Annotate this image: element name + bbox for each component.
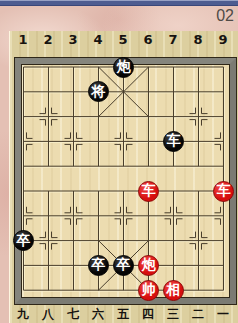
- piece-black-chariot[interactable]: 车: [163, 131, 184, 152]
- board-frame: 炮将车车车卒卒卒炮帅相: [14, 57, 237, 305]
- piece-black-soldier[interactable]: 卒: [113, 255, 134, 276]
- app-background: 02 123456789 炮将车车车卒卒卒炮帅相 九八七六五四三二一: [0, 0, 238, 323]
- piece-red-elephant[interactable]: 相: [163, 280, 184, 301]
- piece-black-soldier[interactable]: 卒: [88, 255, 109, 276]
- file-number-label: 1: [11, 32, 35, 47]
- piece-black-soldier[interactable]: 卒: [13, 230, 34, 251]
- file-number-label: 5: [111, 32, 135, 47]
- file-number-label: 8: [186, 32, 210, 47]
- file-cjk-label: 四: [136, 306, 160, 323]
- piece-red-chariot[interactable]: 车: [213, 181, 234, 202]
- file-number-label: 6: [136, 32, 160, 47]
- piece-red-cannon[interactable]: 炮: [138, 255, 159, 276]
- frame-number: 02: [216, 7, 234, 25]
- file-cjk-label: 五: [111, 306, 135, 323]
- file-cjk-label: 二: [186, 306, 210, 323]
- piece-black-cannon[interactable]: 炮: [113, 57, 134, 78]
- file-numbers-top: 123456789: [10, 32, 238, 54]
- file-numbers-bottom: 九八七六五四三二一: [10, 306, 238, 323]
- file-cjk-label: 八: [36, 306, 60, 323]
- file-number-label: 7: [161, 32, 185, 47]
- file-number-label: 2: [36, 32, 60, 47]
- file-cjk-label: 三: [161, 306, 185, 323]
- file-cjk-label: 七: [61, 306, 85, 323]
- file-cjk-label: 一: [211, 306, 235, 323]
- piece-red-king[interactable]: 帅: [138, 280, 159, 301]
- board-field[interactable]: 炮将车车车卒卒卒炮帅相: [22, 65, 229, 297]
- piece-red-chariot[interactable]: 车: [138, 181, 159, 202]
- file-number-label: 3: [61, 32, 85, 47]
- file-number-label: 4: [86, 32, 110, 47]
- file-cjk-label: 九: [11, 306, 35, 323]
- xiangqi-board: 123456789 炮将车车车卒卒卒炮帅相 九八七六五四三二一: [9, 31, 238, 323]
- window-titlebar-edge: [0, 0, 238, 6]
- file-number-label: 9: [211, 32, 235, 47]
- file-cjk-label: 六: [86, 306, 110, 323]
